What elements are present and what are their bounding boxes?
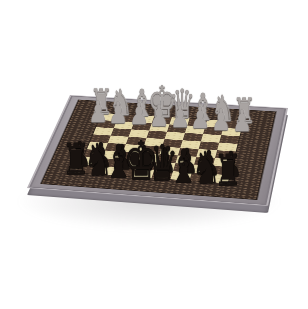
board-border	[41, 100, 276, 200]
chess-board	[27, 95, 288, 206]
board-frame	[27, 95, 288, 206]
board-grid	[77, 113, 243, 183]
chess-set-photo: ♜♞♝♚♛♝♞♜♟♟♟♟♟♟♟♟♟♟♟♟♟♟♟♟♜♞♝♚♛♝♞♜	[0, 0, 308, 309]
board-square	[189, 173, 210, 182]
board-square	[208, 174, 229, 184]
